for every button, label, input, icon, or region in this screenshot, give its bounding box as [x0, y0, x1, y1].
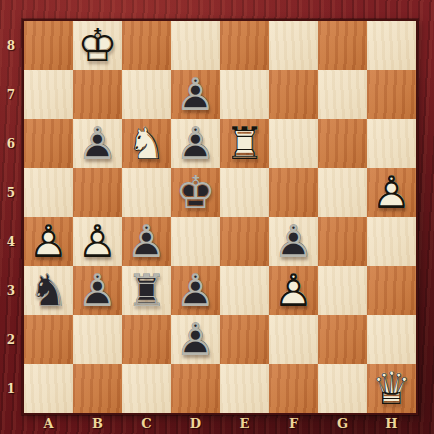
square-a6[interactable]	[24, 119, 73, 168]
piece-black-pawn-b6[interactable]: ♟♙	[73, 119, 122, 168]
square-e6[interactable]: ♜♖	[220, 119, 269, 168]
square-c3[interactable]: ♜♖	[122, 266, 171, 315]
square-e4[interactable]	[220, 217, 269, 266]
square-c6[interactable]: ♞♘	[122, 119, 171, 168]
square-f3[interactable]: ♟♙	[269, 266, 318, 315]
square-c4[interactable]: ♟♙	[122, 217, 171, 266]
file-label-a: A	[24, 414, 73, 433]
square-g8[interactable]	[318, 21, 367, 70]
square-b8[interactable]: ♚♔	[73, 21, 122, 70]
square-f5[interactable]	[269, 168, 318, 217]
piece-white-pawn-h5[interactable]: ♟♙	[367, 168, 416, 217]
square-g5[interactable]	[318, 168, 367, 217]
piece-black-king-d5[interactable]: ♚♔	[171, 168, 220, 217]
piece-black-pawn-d3[interactable]: ♟♙	[171, 266, 220, 315]
square-b3[interactable]: ♟♙	[73, 266, 122, 315]
rank-label-5: 5	[0, 168, 22, 217]
square-b4[interactable]: ♟♙	[73, 217, 122, 266]
square-g3[interactable]	[318, 266, 367, 315]
square-d4[interactable]	[171, 217, 220, 266]
square-h8[interactable]	[367, 21, 416, 70]
rank-label-3: 3	[0, 266, 22, 315]
square-c5[interactable]	[122, 168, 171, 217]
piece-black-pawn-f4[interactable]: ♟♙	[269, 217, 318, 266]
square-d8[interactable]	[171, 21, 220, 70]
square-c7[interactable]	[122, 70, 171, 119]
square-h7[interactable]	[367, 70, 416, 119]
square-a2[interactable]	[24, 315, 73, 364]
rank-label-2: 2	[0, 315, 22, 364]
piece-black-pawn-c4[interactable]: ♟♙	[122, 217, 171, 266]
rank-label-6: 6	[0, 119, 22, 168]
square-f7[interactable]	[269, 70, 318, 119]
chessboard-app: ♚♔♟♙♟♙♞♘♟♙♜♖♚♔♟♙♟♙♟♙♟♙♟♙♞♘♟♙♜♖♟♙♟♙♟♙♛♕ 8…	[0, 0, 434, 434]
square-b5[interactable]	[73, 168, 122, 217]
square-a1[interactable]	[24, 364, 73, 413]
square-f6[interactable]	[269, 119, 318, 168]
square-e2[interactable]	[220, 315, 269, 364]
file-label-d: D	[171, 414, 220, 433]
square-b2[interactable]	[73, 315, 122, 364]
square-f8[interactable]	[269, 21, 318, 70]
square-c8[interactable]	[122, 21, 171, 70]
square-e3[interactable]	[220, 266, 269, 315]
square-c1[interactable]	[122, 364, 171, 413]
square-g6[interactable]	[318, 119, 367, 168]
piece-black-pawn-d6[interactable]: ♟♙	[171, 119, 220, 168]
square-e8[interactable]	[220, 21, 269, 70]
piece-white-pawn-f3[interactable]: ♟♙	[269, 266, 318, 315]
square-g1[interactable]	[318, 364, 367, 413]
piece-white-pawn-b4[interactable]: ♟♙	[73, 217, 122, 266]
square-f1[interactable]	[269, 364, 318, 413]
piece-black-pawn-d2[interactable]: ♟♙	[171, 315, 220, 364]
file-label-e: E	[220, 414, 269, 433]
piece-black-knight-a3[interactable]: ♞♘	[24, 266, 73, 315]
file-label-h: H	[367, 414, 416, 433]
square-g2[interactable]	[318, 315, 367, 364]
square-a3[interactable]: ♞♘	[24, 266, 73, 315]
square-g7[interactable]	[318, 70, 367, 119]
square-d1[interactable]	[171, 364, 220, 413]
rank-label-7: 7	[0, 70, 22, 119]
square-b6[interactable]: ♟♙	[73, 119, 122, 168]
square-f2[interactable]	[269, 315, 318, 364]
square-h1[interactable]: ♛♕	[367, 364, 416, 413]
square-h5[interactable]: ♟♙	[367, 168, 416, 217]
rank-label-4: 4	[0, 217, 22, 266]
square-e7[interactable]	[220, 70, 269, 119]
piece-white-queen-h1[interactable]: ♛♕	[367, 364, 416, 413]
square-d5[interactable]: ♚♔	[171, 168, 220, 217]
file-label-f: F	[269, 414, 318, 433]
square-d7[interactable]: ♟♙	[171, 70, 220, 119]
square-b1[interactable]	[73, 364, 122, 413]
square-a4[interactable]: ♟♙	[24, 217, 73, 266]
rank-label-8: 8	[0, 21, 22, 70]
square-a5[interactable]	[24, 168, 73, 217]
file-label-g: G	[318, 414, 367, 433]
square-e5[interactable]	[220, 168, 269, 217]
square-h4[interactable]	[367, 217, 416, 266]
piece-white-rook-e6[interactable]: ♜♖	[220, 119, 269, 168]
piece-white-knight-c6[interactable]: ♞♘	[122, 119, 171, 168]
square-d3[interactable]: ♟♙	[171, 266, 220, 315]
file-label-b: B	[73, 414, 122, 433]
board: ♚♔♟♙♟♙♞♘♟♙♜♖♚♔♟♙♟♙♟♙♟♙♟♙♞♘♟♙♜♖♟♙♟♙♟♙♛♕	[22, 19, 418, 415]
file-label-c: C	[122, 414, 171, 433]
square-d2[interactable]: ♟♙	[171, 315, 220, 364]
square-d6[interactable]: ♟♙	[171, 119, 220, 168]
square-h2[interactable]	[367, 315, 416, 364]
piece-black-pawn-d7[interactable]: ♟♙	[171, 70, 220, 119]
square-g4[interactable]	[318, 217, 367, 266]
piece-black-rook-c3[interactable]: ♜♖	[122, 266, 171, 315]
piece-black-pawn-b3[interactable]: ♟♙	[73, 266, 122, 315]
square-a7[interactable]	[24, 70, 73, 119]
square-b7[interactable]	[73, 70, 122, 119]
piece-white-king-b8[interactable]: ♚♔	[73, 21, 122, 70]
piece-white-pawn-a4[interactable]: ♟♙	[24, 217, 73, 266]
square-e1[interactable]	[220, 364, 269, 413]
square-c2[interactable]	[122, 315, 171, 364]
rank-label-1: 1	[0, 364, 22, 413]
square-f4[interactable]: ♟♙	[269, 217, 318, 266]
square-h6[interactable]	[367, 119, 416, 168]
square-a8[interactable]	[24, 21, 73, 70]
square-h3[interactable]	[367, 266, 416, 315]
